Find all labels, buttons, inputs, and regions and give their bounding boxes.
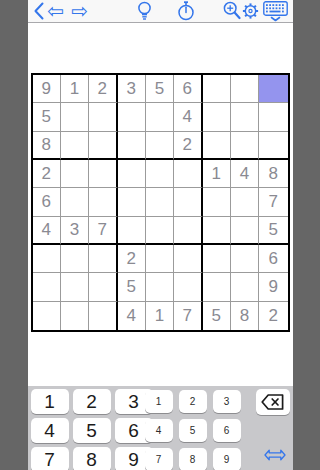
sudoku-cell-r1c5[interactable]: 5 — [146, 75, 174, 103]
sudoku-cell-r5c8[interactable] — [231, 188, 259, 216]
big-key-5[interactable]: 5 — [73, 418, 111, 443]
sudoku-cell-r9c3[interactable] — [89, 302, 117, 330]
sudoku-cell-r7c6[interactable] — [174, 245, 202, 273]
sudoku-cell-r8c2[interactable] — [61, 273, 89, 301]
sudoku-cell-r7c7[interactable] — [203, 245, 231, 273]
sudoku-cell-r2c2[interactable] — [61, 103, 89, 131]
sudoku-cell-r9c8[interactable]: 8 — [231, 302, 259, 330]
sudoku-cell-r9c7[interactable]: 5 — [203, 302, 231, 330]
small-key-4[interactable]: 4 — [145, 419, 173, 442]
settings-gear-icon[interactable] — [242, 0, 260, 22]
sudoku-cell-r6c1[interactable]: 4 — [33, 217, 61, 245]
sudoku-cell-r1c6[interactable]: 6 — [174, 75, 202, 103]
sudoku-cell-r4c6[interactable] — [174, 160, 202, 188]
toolbar: ⇦ ⇨ — [28, 0, 293, 23]
sudoku-cell-r4c7[interactable]: 1 — [203, 160, 231, 188]
big-key-1[interactable]: 1 — [31, 389, 69, 414]
sudoku-cell-r7c8[interactable] — [231, 245, 259, 273]
sudoku-cell-r8c7[interactable] — [203, 273, 231, 301]
sudoku-cell-r2c7[interactable] — [203, 103, 231, 131]
sudoku-cell-r1c3[interactable]: 2 — [89, 75, 117, 103]
sudoku-cell-r5c2[interactable] — [61, 188, 89, 216]
sudoku-cell-r2c3[interactable] — [89, 103, 117, 131]
sudoku-cell-r8c8[interactable] — [231, 273, 259, 301]
sudoku-cell-r4c9[interactable]: 8 — [259, 160, 287, 188]
small-key-5[interactable]: 5 — [179, 419, 207, 442]
sudoku-cell-r5c6[interactable] — [174, 188, 202, 216]
sudoku-cell-r6c6[interactable] — [174, 217, 202, 245]
sudoku-cell-r6c7[interactable] — [203, 217, 231, 245]
sudoku-cell-r2c1[interactable]: 5 — [33, 103, 61, 131]
small-key-1[interactable]: 1 — [145, 390, 173, 413]
sudoku-cell-r7c1[interactable] — [33, 245, 61, 273]
sudoku-cell-r5c1[interactable]: 6 — [33, 188, 61, 216]
sudoku-cell-r4c8[interactable]: 4 — [231, 160, 259, 188]
hint-bulb-icon[interactable] — [136, 0, 154, 22]
sudoku-cell-r3c1[interactable]: 8 — [33, 132, 61, 160]
small-key-3[interactable]: 3 — [213, 390, 241, 413]
sudoku-cell-r8c5[interactable] — [146, 273, 174, 301]
sudoku-cell-r8c6[interactable] — [174, 273, 202, 301]
sudoku-cell-r8c9[interactable]: 9 — [259, 273, 287, 301]
sudoku-cell-r2c8[interactable] — [231, 103, 259, 131]
sudoku-cell-r5c9[interactable]: 7 — [259, 188, 287, 216]
sudoku-cell-r6c8[interactable] — [231, 217, 259, 245]
zoom-in-icon[interactable] — [222, 0, 242, 22]
big-key-2[interactable]: 2 — [73, 389, 111, 414]
sudoku-cell-r1c1[interactable]: 9 — [33, 75, 61, 103]
sudoku-cell-r4c2[interactable] — [61, 160, 89, 188]
sudoku-cell-r7c4[interactable]: 2 — [118, 245, 146, 273]
undo-arrow-icon[interactable]: ⇦ — [45, 0, 67, 22]
redo-arrow-icon[interactable]: ⇨ — [69, 0, 91, 22]
left-right-arrow-icon — [264, 449, 286, 461]
sudoku-cell-r9c2[interactable] — [61, 302, 89, 330]
small-key-7[interactable]: 7 — [145, 448, 173, 470]
sudoku-cell-r1c8[interactable] — [231, 75, 259, 103]
sudoku-cell-r2c9[interactable] — [259, 103, 287, 131]
small-key-6[interactable]: 6 — [213, 419, 241, 442]
sudoku-cell-r5c7[interactable] — [203, 188, 231, 216]
sudoku-cell-r7c5[interactable] — [146, 245, 174, 273]
sudoku-cell-r5c5[interactable] — [146, 188, 174, 216]
swap-pads-button[interactable] — [264, 449, 286, 461]
small-key-2[interactable]: 2 — [179, 390, 207, 413]
sudoku-cell-r4c4[interactable] — [118, 160, 146, 188]
sudoku-cell-r3c3[interactable] — [89, 132, 117, 160]
sudoku-cell-r3c4[interactable] — [118, 132, 146, 160]
sudoku-cell-r6c5[interactable] — [146, 217, 174, 245]
sudoku-cell-r2c4[interactable] — [118, 103, 146, 131]
sudoku-cell-r9c6[interactable]: 7 — [174, 302, 202, 330]
sudoku-cell-r3c2[interactable] — [61, 132, 89, 160]
sudoku-cell-r9c1[interactable] — [33, 302, 61, 330]
pencil-mark-pad: 123456789 — [145, 390, 241, 470]
big-number-pad: 123456789 — [31, 389, 153, 470]
sudoku-cell-r3c7[interactable] — [203, 132, 231, 160]
sudoku-cell-r6c2[interactable]: 3 — [61, 217, 89, 245]
sudoku-cell-r8c4[interactable]: 5 — [118, 273, 146, 301]
sudoku-cell-r9c5[interactable]: 1 — [146, 302, 174, 330]
sudoku-cell-r3c8[interactable] — [231, 132, 259, 160]
backspace-key[interactable] — [256, 389, 290, 415]
sudoku-board: 912356548221486743752659417582 — [31, 73, 290, 332]
big-key-7[interactable]: 7 — [31, 447, 69, 470]
sudoku-cell-r1c4[interactable]: 3 — [118, 75, 146, 103]
keyboard-icon[interactable] — [262, 0, 289, 22]
sudoku-cell-r2c6[interactable]: 4 — [174, 103, 202, 131]
big-key-8[interactable]: 8 — [73, 447, 111, 470]
sudoku-cell-r3c9[interactable] — [259, 132, 287, 160]
sudoku-cell-r4c5[interactable] — [146, 160, 174, 188]
backspace-icon — [261, 394, 284, 410]
small-key-9[interactable]: 9 — [213, 448, 241, 470]
sudoku-cell-r7c3[interactable] — [89, 245, 117, 273]
sudoku-cell-r7c2[interactable] — [61, 245, 89, 273]
number-keypad: 123456789 123456789 — [28, 386, 293, 470]
sudoku-app-screen: ⇦ ⇨ — [28, 0, 293, 470]
sudoku-cell-r8c3[interactable] — [89, 273, 117, 301]
sudoku-cell-r5c4[interactable] — [118, 188, 146, 216]
small-key-8[interactable]: 8 — [179, 448, 207, 470]
sudoku-cell-r3c6[interactable]: 2 — [174, 132, 202, 160]
sudoku-cell-r2c5[interactable] — [146, 103, 174, 131]
sudoku-cell-r4c3[interactable] — [89, 160, 117, 188]
sudoku-cell-r1c7[interactable] — [203, 75, 231, 103]
sudoku-cell-r8c1[interactable] — [33, 273, 61, 301]
sudoku-cell-r7c9[interactable]: 6 — [259, 245, 287, 273]
big-key-4[interactable]: 4 — [31, 418, 69, 443]
sudoku-cell-r1c9[interactable] — [259, 75, 287, 103]
back-chevron-icon[interactable] — [33, 0, 45, 22]
sudoku-cell-r4c1[interactable]: 2 — [33, 160, 61, 188]
sudoku-cell-r5c3[interactable] — [89, 188, 117, 216]
sudoku-cell-r1c2[interactable]: 1 — [61, 75, 89, 103]
timer-icon[interactable] — [176, 0, 196, 22]
sudoku-cell-r6c9[interactable]: 5 — [259, 217, 287, 245]
sudoku-cell-r3c5[interactable] — [146, 132, 174, 160]
sudoku-cell-r6c3[interactable]: 7 — [89, 217, 117, 245]
sudoku-cell-r9c9[interactable]: 2 — [259, 302, 287, 330]
sudoku-cell-r6c4[interactable] — [118, 217, 146, 245]
sudoku-cell-r9c4[interactable]: 4 — [118, 302, 146, 330]
